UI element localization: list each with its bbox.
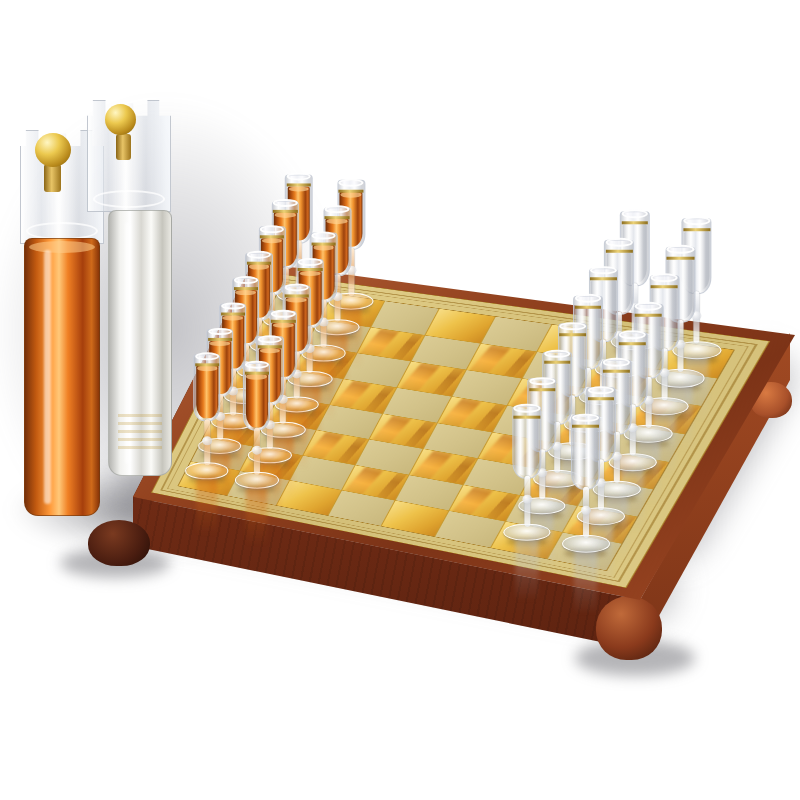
empty-glass <box>668 260 693 320</box>
product-photo-scene <box>0 0 800 800</box>
gold-rim-band <box>338 189 363 192</box>
gold-rim-band <box>621 221 648 224</box>
amber-liquid <box>274 212 296 266</box>
gold-rim-band <box>606 250 633 253</box>
glass-rim <box>621 210 648 219</box>
gold-rim-band <box>325 216 350 219</box>
glass-rim <box>635 302 662 311</box>
empty-glass <box>684 231 709 291</box>
glass-bowl <box>272 201 300 270</box>
amber-liquid <box>326 219 349 274</box>
gold-rim-band <box>260 236 284 239</box>
glass-bowl <box>620 211 650 286</box>
glass-bowl <box>337 180 365 250</box>
gold-rim-band <box>590 278 617 281</box>
glass-rim <box>273 199 297 207</box>
gold-etching <box>118 409 163 449</box>
gold-rim-band <box>667 257 694 260</box>
gold-rim-band <box>286 183 311 186</box>
clear-decanter-neck <box>116 134 131 160</box>
board-bun-foot-left <box>88 520 150 566</box>
glass-bowl <box>285 174 313 243</box>
glass-rim <box>590 266 617 275</box>
gold-rim-band <box>311 242 336 245</box>
glass-rim <box>286 173 311 181</box>
glass-rim <box>311 231 336 239</box>
glass-bowl <box>323 207 351 277</box>
clear-decanter-body <box>108 210 172 476</box>
glass-rim <box>651 274 678 283</box>
glass-rim <box>667 245 694 254</box>
gold-rim-band <box>651 285 678 288</box>
amber-liquid <box>339 192 362 247</box>
glass-bowl <box>665 247 695 323</box>
gold-rim-band <box>273 210 297 213</box>
glass-rim <box>325 205 350 213</box>
amber-decanter-neck <box>44 164 61 192</box>
glass-bowl <box>681 218 711 294</box>
clear-decanter <box>86 98 174 482</box>
glass-rim <box>683 216 710 225</box>
amber-decanter-gold-ball-stopper <box>35 133 71 167</box>
empty-glass <box>622 224 647 283</box>
empty-glass <box>607 252 632 311</box>
glass-highlight <box>44 250 51 504</box>
glass-bowl <box>604 240 634 315</box>
clear-decanter-gold-ball-stopper <box>105 104 136 135</box>
glass-rim <box>338 178 363 186</box>
glass-rim <box>260 225 284 233</box>
glass-rim <box>247 251 271 259</box>
glass-rim <box>606 238 633 247</box>
amber-liquid <box>287 186 310 240</box>
glass-rim <box>298 258 323 266</box>
gold-rim-band <box>683 228 710 231</box>
board-bun-foot-front <box>596 596 662 660</box>
glass-rim <box>575 294 602 303</box>
